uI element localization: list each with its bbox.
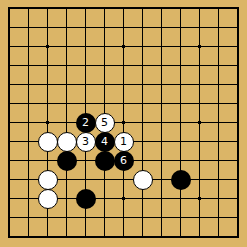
stone-white-move-3[interactable]: 3 xyxy=(76,132,96,152)
stone-white-move-5[interactable]: 5 xyxy=(95,113,115,133)
stone-black-move-2[interactable]: 2 xyxy=(76,113,96,133)
stone-white[interactable] xyxy=(133,170,153,190)
stone-black-move-4[interactable]: 4 xyxy=(95,132,115,152)
stone-white[interactable] xyxy=(57,132,77,152)
stone-black[interactable] xyxy=(57,151,77,171)
stone-white[interactable] xyxy=(38,132,58,152)
hoshi-point xyxy=(198,121,201,124)
stone-white[interactable] xyxy=(38,189,58,209)
stone-black[interactable] xyxy=(76,189,96,209)
go-diagram: 253416 xyxy=(0,0,247,247)
hoshi-point xyxy=(46,121,49,124)
stone-white[interactable] xyxy=(38,170,58,190)
hoshi-point xyxy=(122,45,125,48)
hoshi-point xyxy=(198,45,201,48)
go-board: 253416 xyxy=(0,0,247,247)
hoshi-point xyxy=(122,121,125,124)
stone-black[interactable] xyxy=(171,170,191,190)
hoshi-point xyxy=(46,45,49,48)
stone-black[interactable] xyxy=(95,151,115,171)
stone-black-move-6[interactable]: 6 xyxy=(114,151,134,171)
hoshi-point xyxy=(198,197,201,200)
hoshi-point xyxy=(122,197,125,200)
stone-white-move-1[interactable]: 1 xyxy=(114,132,134,152)
